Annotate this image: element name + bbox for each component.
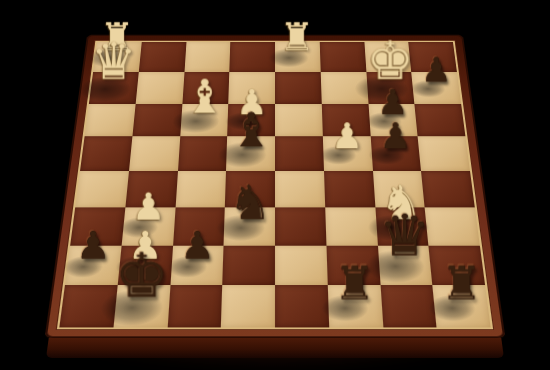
black-rook-glyph: ♜ <box>334 260 375 306</box>
square-c6[interactable] <box>180 104 229 137</box>
chess-board[interactable]: ♜♜♛♚♟♝♟♟♝♟♟♟♞♞♟♟♟♛♚♜♜ <box>45 35 506 338</box>
square-b8[interactable] <box>139 42 186 72</box>
square-d5[interactable] <box>226 136 275 171</box>
square-a7[interactable] <box>89 72 139 103</box>
square-f4[interactable] <box>324 171 375 207</box>
square-c4[interactable] <box>175 171 226 207</box>
black-king-glyph: ♚ <box>115 245 170 306</box>
square-h8[interactable] <box>408 42 456 72</box>
chess-scene: ♜♜♛♚♟♝♟♟♝♟♟♟♞♞♟♟♟♛♚♜♜ <box>0 0 550 370</box>
square-a1[interactable] <box>59 285 117 327</box>
square-b5[interactable] <box>129 136 180 171</box>
square-g6[interactable] <box>368 104 418 137</box>
black-rook-glyph: ♜ <box>441 260 482 306</box>
square-h7[interactable] <box>411 72 461 103</box>
square-f6[interactable] <box>322 104 371 137</box>
square-h5[interactable] <box>418 136 470 171</box>
square-e7[interactable] <box>275 72 322 103</box>
square-c7[interactable] <box>182 72 230 103</box>
square-d2[interactable] <box>222 245 275 285</box>
square-f5[interactable] <box>323 136 373 171</box>
square-b6[interactable] <box>132 104 182 137</box>
square-f8[interactable] <box>319 42 365 72</box>
square-a8[interactable] <box>93 42 141 72</box>
square-e2[interactable] <box>275 245 328 285</box>
square-h3[interactable] <box>425 207 480 245</box>
square-e8[interactable] <box>275 42 320 72</box>
square-g5[interactable] <box>370 136 421 171</box>
square-a6[interactable] <box>85 104 136 137</box>
black-pawn-glyph: ♟ <box>76 227 110 265</box>
black-pawn-glyph: ♟ <box>180 227 214 265</box>
square-c8[interactable] <box>184 42 230 72</box>
square-d8[interactable] <box>230 42 275 72</box>
square-b7[interactable] <box>135 72 184 103</box>
board-front-edge <box>46 338 504 358</box>
square-a4[interactable] <box>75 171 129 207</box>
square-d7[interactable] <box>228 72 275 103</box>
black-knight-glyph: ♞ <box>228 178 271 226</box>
square-g7[interactable] <box>366 72 415 103</box>
square-f7[interactable] <box>320 72 368 103</box>
square-g1[interactable] <box>380 285 437 327</box>
square-c1[interactable] <box>167 285 222 327</box>
square-h6[interactable] <box>415 104 466 137</box>
square-e1[interactable] <box>275 285 329 327</box>
square-e4[interactable] <box>275 171 325 207</box>
black-queen-glyph: ♛ <box>379 208 431 265</box>
square-c5[interactable] <box>178 136 228 171</box>
square-d1[interactable] <box>221 285 275 327</box>
square-e5[interactable] <box>275 136 324 171</box>
white-pawn-glyph: ♟ <box>132 189 165 226</box>
square-d6[interactable] <box>227 104 275 137</box>
square-e6[interactable] <box>275 104 323 137</box>
square-a5[interactable] <box>80 136 132 171</box>
square-e3[interactable] <box>275 207 326 245</box>
square-g8[interactable] <box>364 42 411 72</box>
